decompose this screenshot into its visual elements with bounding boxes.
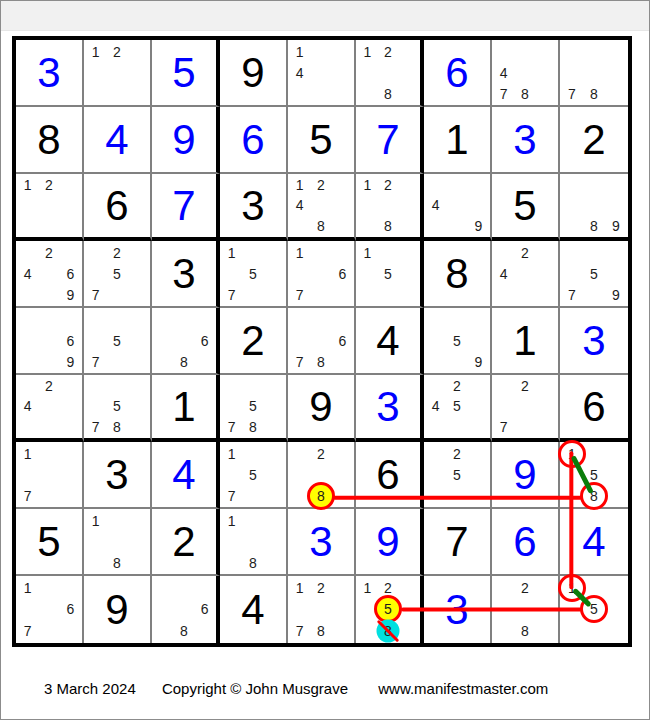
empty-candidate-slot [85, 62, 106, 83]
cell-r8c2[interactable]: 18 [84, 509, 152, 576]
cell-r9c6[interactable]: 1258 [356, 576, 424, 643]
solved-digit: 3 [424, 576, 490, 643]
empty-candidate-slot [128, 510, 149, 531]
candidate-digit: 7 [228, 420, 236, 434]
pencil-mark: 1 [85, 510, 106, 531]
pencil-mark: 2 [38, 242, 59, 263]
empty-candidate-slot [289, 464, 310, 485]
empty-candidate-slot [561, 242, 583, 263]
empty-candidate-slot [536, 376, 557, 396]
pencil-mark: 2 [106, 41, 127, 62]
empty-candidate-slot [17, 216, 38, 236]
given-digit: 6 [560, 375, 628, 438]
empty-candidate-slot [128, 396, 149, 416]
cell-r1c7[interactable]: 6 [424, 40, 492, 107]
empty-candidate-slot [289, 599, 310, 621]
cell-r4c2[interactable]: 257 [84, 241, 152, 308]
empty-candidate-slot [605, 41, 627, 62]
pencil-mark: 1 [289, 41, 310, 62]
pencil-mark: 6 [60, 263, 81, 284]
pencil-mark-grid: 15 [356, 241, 420, 306]
candidate-digit: 7 [92, 420, 100, 434]
cell-r2c4[interactable]: 6 [220, 107, 288, 174]
pencil-mark: 5 [583, 464, 605, 485]
candidate-digit: 1 [296, 581, 304, 595]
candidate-digit: 5 [384, 602, 392, 616]
pencil-mark-grid: 28 [492, 576, 558, 643]
empty-candidate-slot [425, 330, 446, 351]
footer-website-link[interactable]: www.manifestmaster.com [378, 680, 548, 697]
empty-candidate-slot [561, 175, 583, 195]
empty-candidate-slot [514, 396, 535, 416]
cell-r5c1[interactable]: 69 [16, 308, 84, 375]
empty-candidate-slot [357, 195, 378, 215]
empty-candidate-slot [425, 443, 446, 464]
candidate-digit: 1 [568, 581, 576, 595]
empty-candidate-slot [332, 577, 353, 599]
empty-candidate-slot [332, 216, 353, 236]
cell-r6c9[interactable]: 6 [560, 375, 628, 442]
given-digit: 4 [220, 576, 286, 643]
empty-candidate-slot [583, 195, 605, 215]
candidate-digit: 1 [24, 447, 32, 461]
candidate-digit: 5 [113, 334, 121, 348]
cell-r3c5[interactable]: 1248 [288, 174, 356, 241]
cell-r6c8[interactable]: 27 [492, 375, 560, 442]
candidate-digit: 5 [453, 468, 461, 482]
candidate-digit: 1 [363, 581, 371, 595]
empty-candidate-slot [514, 599, 535, 621]
empty-candidate-slot [128, 62, 149, 83]
cell-r9c8[interactable]: 28 [492, 576, 560, 643]
empty-candidate-slot [60, 396, 81, 416]
cell-r2c3[interactable]: 9 [152, 107, 220, 174]
cell-r9c2[interactable]: 9 [84, 576, 152, 643]
given-digit: 8 [424, 241, 490, 306]
cell-r1c1[interactable]: 3 [16, 40, 84, 107]
candidate-digit: 9 [612, 288, 620, 302]
solved-digit: 6 [424, 40, 490, 105]
empty-candidate-slot [468, 464, 489, 485]
pencil-mark: 4 [17, 396, 38, 416]
empty-candidate-slot [378, 62, 399, 83]
given-digit: 2 [152, 509, 216, 574]
empty-candidate-slot [264, 376, 285, 396]
cell-r9c4[interactable]: 4 [220, 576, 288, 643]
cell-r6c6[interactable]: 3 [356, 375, 424, 442]
empty-candidate-slot [425, 175, 446, 195]
empty-candidate-slot [605, 485, 627, 506]
empty-candidate-slot [128, 41, 149, 62]
cell-r4c5[interactable]: 167 [288, 241, 356, 308]
cell-r7c5[interactable]: 28 [288, 442, 356, 509]
cell-r1c6[interactable]: 128 [356, 40, 424, 107]
cell-r4c7[interactable]: 8 [424, 241, 492, 308]
empty-candidate-slot [85, 83, 106, 104]
candidate-digit: 8 [590, 489, 598, 503]
pencil-mark: 2 [310, 175, 331, 195]
empty-candidate-slot [194, 577, 215, 599]
cell-r2c7[interactable]: 1 [424, 107, 492, 174]
cell-r4c4[interactable]: 157 [220, 241, 288, 308]
footer: 3 March 2024 Copyright © John Musgrave w… [44, 680, 649, 697]
pencil-mark-grid: 245 [424, 375, 490, 438]
empty-candidate-slot [85, 531, 106, 552]
solved-digit: 9 [152, 107, 216, 172]
candidate-digit: 8 [384, 87, 392, 101]
empty-candidate-slot [310, 195, 331, 215]
solved-digit: 9 [356, 509, 420, 574]
cell-r6c5[interactable]: 9 [288, 375, 356, 442]
cell-r8c5[interactable]: 3 [288, 509, 356, 576]
empty-candidate-slot [605, 62, 627, 83]
empty-candidate-slot [332, 620, 353, 642]
cell-r1c3[interactable]: 5 [152, 40, 220, 107]
empty-candidate-slot [85, 309, 106, 330]
candidate-digit: 6 [66, 602, 74, 616]
pencil-mark-grid: 167 [16, 576, 82, 643]
given-digit: 2 [220, 308, 286, 373]
cell-r4c6[interactable]: 15 [356, 241, 424, 308]
solved-digit: 3 [288, 509, 354, 574]
candidate-digit: 8 [113, 420, 121, 434]
empty-candidate-slot [17, 599, 38, 621]
empty-candidate-slot [332, 175, 353, 195]
candidate-digit: 2 [45, 178, 53, 192]
cell-r3c2[interactable]: 6 [84, 174, 152, 241]
pencil-mark: 1 [357, 242, 378, 263]
pencil-mark: 5 [242, 464, 263, 485]
pencil-mark: 4 [493, 263, 514, 284]
cell-r3c4[interactable]: 3 [220, 174, 288, 241]
pencil-mark: 1 [289, 577, 310, 599]
empty-candidate-slot [106, 62, 127, 83]
pencil-mark-grid: 57 [84, 308, 150, 373]
given-digit: 7 [424, 509, 490, 574]
empty-candidate-slot [332, 242, 353, 263]
cell-r8c9[interactable]: 4 [560, 509, 628, 576]
empty-candidate-slot [536, 263, 557, 284]
pencil-mark-grid: 17 [16, 442, 82, 507]
empty-candidate-slot [38, 284, 59, 305]
cell-r8c4[interactable]: 18 [220, 509, 288, 576]
cell-r5c7[interactable]: 59 [424, 308, 492, 375]
empty-candidate-slot [605, 577, 627, 599]
cell-r9c7[interactable]: 3 [424, 576, 492, 643]
given-digit: 9 [288, 375, 354, 438]
cell-r2c1[interactable]: 8 [16, 107, 84, 174]
pencil-mark: 2 [446, 443, 467, 464]
pencil-mark: 5 [242, 396, 263, 416]
solved-digit: 6 [492, 509, 558, 574]
empty-candidate-slot [60, 242, 81, 263]
pencil-mark-grid: 28 [288, 442, 354, 507]
empty-candidate-slot [398, 263, 419, 284]
empty-candidate-slot [536, 396, 557, 416]
candidate-digit: 4 [296, 198, 304, 212]
empty-candidate-slot [106, 83, 127, 104]
cell-r6c4[interactable]: 578 [220, 375, 288, 442]
solved-digit: 7 [356, 107, 420, 172]
candidate-digit: 5 [249, 468, 257, 482]
empty-candidate-slot [583, 175, 605, 195]
pencil-mark: 5 [378, 263, 399, 284]
pencil-mark-grid: 25 [424, 442, 490, 507]
candidate-digit: 2 [45, 379, 53, 393]
solved-digit: 3 [16, 40, 82, 105]
candidate-digit: 6 [66, 267, 74, 281]
empty-candidate-slot [60, 216, 81, 236]
empty-candidate-slot [310, 309, 331, 330]
empty-candidate-slot [493, 242, 514, 263]
empty-candidate-slot [332, 464, 353, 485]
empty-candidate-slot [38, 309, 59, 330]
pencil-mark-grid: 14 [288, 40, 354, 105]
empty-candidate-slot [221, 396, 242, 416]
cell-r2c5[interactable]: 5 [288, 107, 356, 174]
cell-r6c7[interactable]: 245 [424, 375, 492, 442]
candidate-digit: 5 [453, 399, 461, 413]
empty-candidate-slot [446, 351, 467, 372]
empty-candidate-slot [536, 83, 557, 104]
solved-digit: 6 [220, 107, 286, 172]
empty-candidate-slot [310, 62, 331, 83]
empty-candidate-slot [264, 531, 285, 552]
cell-r7c3[interactable]: 4 [152, 442, 220, 509]
cell-r7c6[interactable]: 6 [356, 442, 424, 509]
pencil-mark-grid: 15 [560, 576, 628, 643]
cell-r8c8[interactable]: 6 [492, 509, 560, 576]
empty-candidate-slot [289, 330, 310, 351]
candidate-digit: 8 [249, 420, 257, 434]
empty-candidate-slot [468, 417, 489, 437]
empty-candidate-slot [446, 175, 467, 195]
pencil-mark: 9 [60, 351, 81, 372]
candidate-digit: 7 [24, 489, 32, 503]
pencil-mark: 8 [310, 620, 331, 642]
pencil-mark: 6 [332, 330, 353, 351]
given-digit: 5 [288, 107, 354, 172]
empty-candidate-slot [106, 376, 127, 396]
candidate-digit: 2 [384, 581, 392, 595]
candidate-digit: 6 [338, 267, 346, 281]
cell-r9c3[interactable]: 68 [152, 576, 220, 643]
cell-r9c5[interactable]: 1278 [288, 576, 356, 643]
pencil-mark-grid: 69 [16, 308, 82, 373]
cell-r7c8[interactable]: 9 [492, 442, 560, 509]
pencil-mark: 7 [17, 620, 38, 642]
cell-r7c1[interactable]: 17 [16, 442, 84, 509]
empty-candidate-slot [378, 242, 399, 263]
empty-candidate-slot [60, 417, 81, 437]
cell-r3c7[interactable]: 49 [424, 174, 492, 241]
empty-candidate-slot [561, 195, 583, 215]
cell-r5c2[interactable]: 57 [84, 308, 152, 375]
empty-candidate-slot [60, 443, 81, 464]
empty-candidate-slot [38, 620, 59, 642]
empty-candidate-slot [536, 41, 557, 62]
pencil-mark: 8 [310, 485, 331, 506]
cell-r6c3[interactable]: 1 [152, 375, 220, 442]
candidate-digit: 4 [296, 66, 304, 80]
pencil-mark: 7 [85, 417, 106, 437]
empty-candidate-slot [128, 284, 149, 305]
candidate-digit: 8 [249, 556, 257, 570]
pencil-mark-grid: 12 [84, 40, 150, 105]
cell-r2c8[interactable]: 3 [492, 107, 560, 174]
cell-r2c9[interactable]: 2 [560, 107, 628, 174]
empty-candidate-slot [468, 376, 489, 396]
empty-candidate-slot [468, 330, 489, 351]
candidate-digit: 8 [180, 355, 188, 369]
empty-candidate-slot [242, 443, 263, 464]
pencil-mark: 8 [174, 351, 195, 372]
empty-candidate-slot [60, 620, 81, 642]
cell-r8c1[interactable]: 5 [16, 509, 84, 576]
empty-candidate-slot [38, 216, 59, 236]
pencil-mark: 7 [85, 284, 106, 305]
pencil-mark: 4 [493, 62, 514, 83]
empty-candidate-slot [60, 464, 81, 485]
cell-r9c1[interactable]: 167 [16, 576, 84, 643]
candidate-digit: 9 [66, 288, 74, 302]
candidate-digit: 8 [521, 624, 529, 638]
cell-r3c9[interactable]: 89 [560, 174, 628, 241]
candidate-digit: 7 [568, 288, 576, 302]
cell-r6c1[interactable]: 24 [16, 375, 84, 442]
empty-candidate-slot [242, 376, 263, 396]
given-digit: 3 [84, 442, 150, 507]
empty-candidate-slot [153, 309, 174, 330]
empty-candidate-slot [332, 284, 353, 305]
cell-r1c5[interactable]: 14 [288, 40, 356, 107]
empty-candidate-slot [493, 396, 514, 416]
cell-r3c1[interactable]: 12 [16, 174, 84, 241]
cell-r7c2[interactable]: 3 [84, 442, 152, 509]
empty-candidate-slot [514, 263, 535, 284]
pencil-mark: 7 [561, 83, 583, 104]
cell-r4c8[interactable]: 24 [492, 241, 560, 308]
candidate-digit: 8 [590, 87, 598, 101]
cell-r5c3[interactable]: 68 [152, 308, 220, 375]
cell-r4c3[interactable]: 3 [152, 241, 220, 308]
given-digit: 4 [356, 308, 420, 373]
pencil-mark-grid: 59 [424, 308, 490, 373]
cell-r3c3[interactable]: 7 [152, 174, 220, 241]
empty-candidate-slot [605, 242, 627, 263]
empty-candidate-slot [357, 620, 378, 642]
empty-candidate-slot [583, 62, 605, 83]
cell-r5c4[interactable]: 2 [220, 308, 288, 375]
given-digit: 6 [84, 174, 150, 237]
cell-r9c9[interactable]: 15 [560, 576, 628, 643]
pencil-mark: 6 [60, 599, 81, 621]
cell-r1c8[interactable]: 478 [492, 40, 560, 107]
empty-candidate-slot [514, 284, 535, 305]
cell-r8c6[interactable]: 9 [356, 509, 424, 576]
candidate-digit: 1 [92, 45, 100, 59]
cell-r1c9[interactable]: 78 [560, 40, 628, 107]
empty-candidate-slot [17, 309, 38, 330]
pencil-mark-grid: 78 [560, 40, 628, 105]
candidate-digit: 8 [317, 355, 325, 369]
cell-r8c7[interactable]: 7 [424, 509, 492, 576]
empty-candidate-slot [536, 577, 557, 599]
pencil-mark-grid: 678 [288, 308, 354, 373]
empty-candidate-slot [38, 485, 59, 506]
pencil-mark-grid: 27 [492, 375, 558, 438]
given-digit: 6 [356, 442, 420, 507]
pencil-mark: 5 [446, 330, 467, 351]
cell-r1c4[interactable]: 9 [220, 40, 288, 107]
candidate-digit: 2 [45, 246, 53, 260]
cell-r5c8[interactable]: 1 [492, 308, 560, 375]
cell-r5c9[interactable]: 3 [560, 308, 628, 375]
empty-candidate-slot [561, 62, 583, 83]
empty-candidate-slot [561, 41, 583, 62]
footer-copyright: Copyright © John Musgrave [162, 680, 348, 697]
empty-candidate-slot [468, 396, 489, 416]
pencil-mark: 7 [493, 417, 514, 437]
cell-r4c9[interactable]: 579 [560, 241, 628, 308]
empty-candidate-slot [264, 464, 285, 485]
cell-r5c6[interactable]: 4 [356, 308, 424, 375]
candidate-digit: 4 [500, 66, 508, 80]
pencil-mark: 4 [425, 396, 446, 416]
pencil-mark: 6 [60, 330, 81, 351]
empty-candidate-slot [332, 41, 353, 62]
cell-r3c8[interactable]: 5 [492, 174, 560, 241]
empty-candidate-slot [425, 309, 446, 330]
cell-r3c6[interactable]: 128 [356, 174, 424, 241]
pencil-mark: 2 [106, 242, 127, 263]
empty-candidate-slot [398, 195, 419, 215]
cell-r7c7[interactable]: 25 [424, 442, 492, 509]
empty-candidate-slot [17, 376, 38, 396]
pencil-mark: 7 [493, 83, 514, 104]
empty-candidate-slot [264, 242, 285, 263]
cell-r8c3[interactable]: 2 [152, 509, 220, 576]
empty-candidate-slot [128, 376, 149, 396]
empty-candidate-slot [493, 599, 514, 621]
cell-r7c9[interactable]: 158 [560, 442, 628, 509]
cell-r4c1[interactable]: 2469 [16, 241, 84, 308]
cell-r2c2[interactable]: 4 [84, 107, 152, 174]
cell-r5c5[interactable]: 678 [288, 308, 356, 375]
candidate-digit: 4 [24, 399, 32, 413]
pencil-mark: 7 [289, 351, 310, 372]
given-digit: 9 [220, 40, 286, 105]
pencil-mark: 5 [106, 330, 127, 351]
cell-r1c2[interactable]: 12 [84, 40, 152, 107]
pencil-mark: 6 [194, 330, 215, 351]
cell-r7c4[interactable]: 157 [220, 442, 288, 509]
empty-candidate-slot [221, 263, 242, 284]
cell-r6c2[interactable]: 578 [84, 375, 152, 442]
empty-candidate-slot [128, 351, 149, 372]
candidate-digit: 7 [228, 288, 236, 302]
empty-candidate-slot [17, 242, 38, 263]
given-digit: 9 [84, 576, 150, 643]
empty-candidate-slot [493, 41, 514, 62]
candidate-digit: 1 [363, 246, 371, 260]
empty-candidate-slot [221, 552, 242, 573]
empty-candidate-slot [17, 284, 38, 305]
cell-r2c6[interactable]: 7 [356, 107, 424, 174]
pencil-mark: 8 [310, 216, 331, 236]
empty-candidate-slot [38, 195, 59, 215]
pencil-mark: 1 [221, 510, 242, 531]
